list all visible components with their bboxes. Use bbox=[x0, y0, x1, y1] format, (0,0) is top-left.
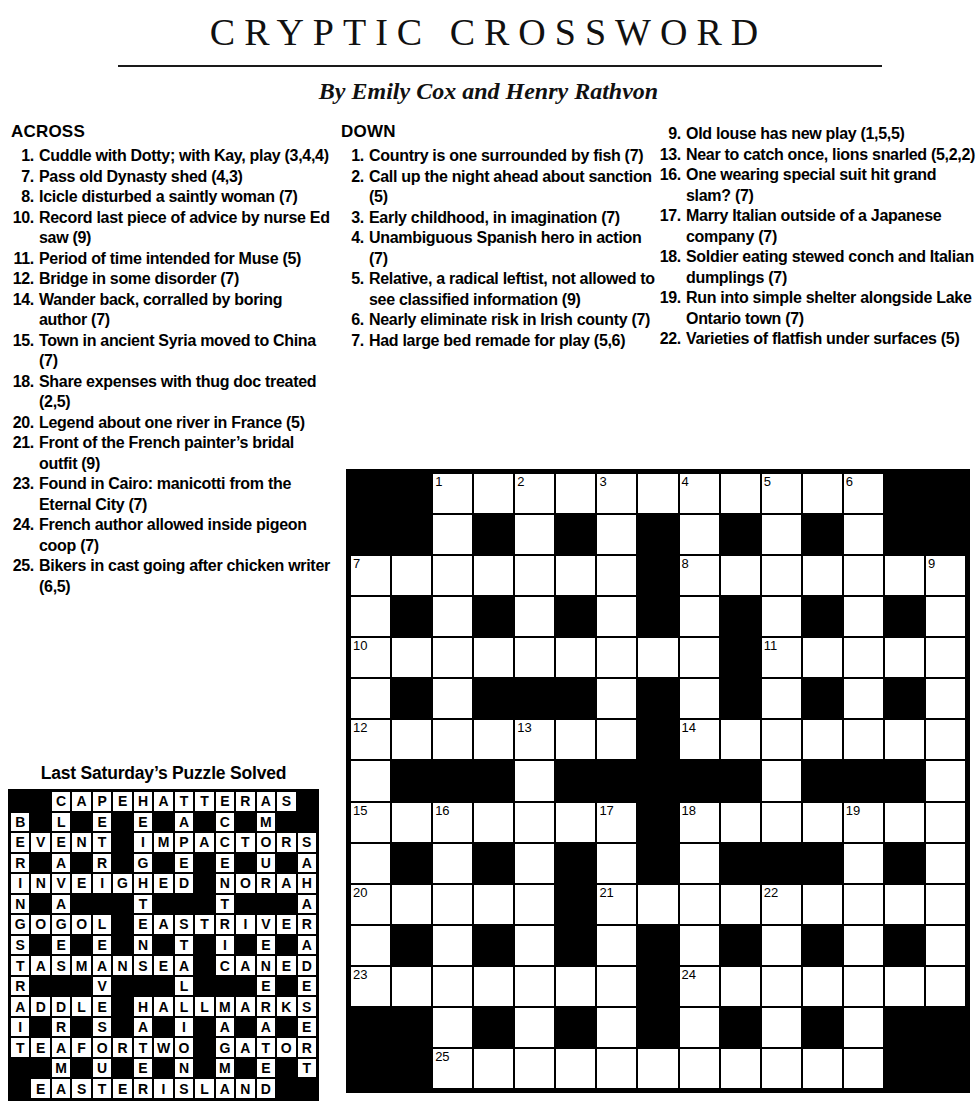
grid-cell-r3c3[interactable] bbox=[432, 555, 473, 596]
solved-black-cell-r12c4 bbox=[71, 1017, 91, 1038]
grid-cell-r14c13[interactable] bbox=[843, 1007, 884, 1048]
grid-cell-r7c4[interactable] bbox=[473, 719, 514, 760]
grid-cell-r13c15[interactable] bbox=[925, 966, 966, 1007]
clue-down-22: 22.Varieties of flatfish under surfaces … bbox=[655, 329, 977, 350]
grid-cell-r1c3[interactable]: 1 bbox=[432, 473, 473, 514]
grid-cell-r4c13[interactable] bbox=[843, 596, 884, 637]
solved-letter-cell-r4c9: E bbox=[174, 853, 194, 874]
grid-cell-r5c13[interactable] bbox=[843, 637, 884, 678]
clue-down-5: 5.Relative, a radical leftist, not allow… bbox=[338, 269, 659, 310]
solved-puzzle-label: Last Saturday’s Puzzle Solved bbox=[8, 763, 319, 784]
solved-letter-cell-r7c2: O bbox=[30, 914, 50, 935]
grid-cell-r5c15[interactable] bbox=[925, 637, 966, 678]
grid-cell-r6c3[interactable] bbox=[432, 678, 473, 719]
solved-black-cell-r10c3 bbox=[51, 976, 71, 997]
solved-letter-cell-r9c4: M bbox=[71, 955, 91, 976]
solved-letter-cell-r6c7: T bbox=[133, 894, 153, 915]
grid-cell-r11c5[interactable] bbox=[514, 884, 555, 925]
grid-cell-r7c13[interactable] bbox=[843, 719, 884, 760]
grid-cell-r9c11[interactable] bbox=[761, 802, 802, 843]
grid-cell-r12c7[interactable] bbox=[596, 925, 637, 966]
grid-cell-r3c5[interactable] bbox=[514, 555, 555, 596]
grid-cell-r3c6[interactable] bbox=[555, 555, 596, 596]
solved-black-cell-r3c6 bbox=[112, 832, 132, 853]
grid-cell-r13c6[interactable] bbox=[555, 966, 596, 1007]
black-cell-r8c6 bbox=[555, 760, 596, 801]
grid-cell-r4c1[interactable] bbox=[350, 596, 391, 637]
solved-black-cell-r15c1 bbox=[10, 1078, 30, 1099]
cell-number: 25 bbox=[435, 1049, 449, 1064]
grid-cell-r2c5[interactable] bbox=[514, 514, 555, 555]
solved-letter-cell-r1c9: T bbox=[174, 791, 194, 812]
solved-black-cell-r14c6 bbox=[112, 1058, 132, 1079]
grid-cell-r4c3[interactable] bbox=[432, 596, 473, 637]
grid-cell-r13c5[interactable] bbox=[514, 966, 555, 1007]
grid-cell-r15c11[interactable] bbox=[761, 1048, 802, 1089]
grid-cell-r3c14[interactable] bbox=[884, 555, 925, 596]
grid-cell-r1c5[interactable]: 2 bbox=[514, 473, 555, 514]
grid-cell-r1c9[interactable]: 4 bbox=[679, 473, 720, 514]
grid-cell-r14c7[interactable] bbox=[596, 1007, 637, 1048]
solved-letter-cell-r1c13: A bbox=[256, 791, 276, 812]
across-header: ACROSS bbox=[11, 122, 334, 142]
grid-cell-r11c1[interactable]: 20 bbox=[350, 884, 391, 925]
grid-cell-r3c9[interactable]: 8 bbox=[679, 555, 720, 596]
grid-cell-r2c7[interactable] bbox=[596, 514, 637, 555]
grid-cell-r3c13[interactable] bbox=[843, 555, 884, 596]
solved-black-cell-r10c2 bbox=[30, 976, 50, 997]
grid-cell-r1c11[interactable]: 5 bbox=[761, 473, 802, 514]
grid-cell-r1c4[interactable] bbox=[473, 473, 514, 514]
grid-cell-r13c4[interactable] bbox=[473, 966, 514, 1007]
down-clues-column-2: 9.Old louse has new play (1,5,5)13.Near … bbox=[655, 124, 977, 350]
grid-cell-r6c11[interactable] bbox=[761, 678, 802, 719]
clue-text: Wander back, corralled by boring author … bbox=[39, 290, 334, 331]
solved-letter-cell-r8c5: E bbox=[92, 935, 112, 956]
solved-black-cell-r8c14 bbox=[276, 935, 296, 956]
grid-cell-r15c13[interactable] bbox=[843, 1048, 884, 1089]
clue-down-18: 18.Soldier eating stewed conch and Itali… bbox=[655, 247, 977, 288]
solved-letter-cell-r12c1: I bbox=[10, 1017, 30, 1038]
grid-cell-r9c9[interactable]: 18 bbox=[679, 802, 720, 843]
grid-cell-r11c11[interactable]: 22 bbox=[761, 884, 802, 925]
cell-number: 2 bbox=[517, 474, 524, 489]
grid-cell-r15c7[interactable] bbox=[596, 1048, 637, 1089]
solved-black-cell-r6c9 bbox=[174, 894, 194, 915]
grid-cell-r5c8[interactable] bbox=[637, 637, 678, 678]
grid-cell-r11c7[interactable]: 21 bbox=[596, 884, 637, 925]
grid-cell-r13c3[interactable] bbox=[432, 966, 473, 1007]
clue-number: 7. bbox=[8, 167, 39, 188]
solved-letter-cell-r2c7: E bbox=[133, 812, 153, 833]
solved-black-cell-r4c14 bbox=[276, 853, 296, 874]
cell-number: 19 bbox=[846, 803, 860, 818]
black-cell-r2c10 bbox=[720, 514, 761, 555]
solved-letter-cell-r11c10: L bbox=[194, 996, 214, 1017]
grid-cell-r9c10[interactable] bbox=[720, 802, 761, 843]
grid-cell-r12c9[interactable] bbox=[679, 925, 720, 966]
grid-cell-r7c14[interactable] bbox=[884, 719, 925, 760]
grid-cell-r13c7[interactable] bbox=[596, 966, 637, 1007]
cell-number: 12 bbox=[353, 720, 367, 735]
grid-cell-r1c10[interactable] bbox=[720, 473, 761, 514]
grid-cell-r3c11[interactable] bbox=[761, 555, 802, 596]
solved-letter-cell-r12c5: S bbox=[92, 1017, 112, 1038]
grid-cell-r2c13[interactable] bbox=[843, 514, 884, 555]
clue-across-18: 18.Share expenses with thug doc treated … bbox=[8, 372, 334, 413]
solved-letter-cell-r7c4: O bbox=[71, 914, 91, 935]
clue-down-9: 9.Old louse has new play (1,5,5) bbox=[655, 124, 977, 145]
grid-cell-r11c4[interactable] bbox=[473, 884, 514, 925]
grid-cell-r7c5[interactable]: 13 bbox=[514, 719, 555, 760]
down-clue-list-2: 9.Old louse has new play (1,5,5)13.Near … bbox=[655, 124, 977, 350]
grid-cell-r5c7[interactable] bbox=[596, 637, 637, 678]
cell-number: 22 bbox=[764, 885, 778, 900]
clue-number: 24. bbox=[8, 515, 39, 556]
grid-cell-r9c14[interactable] bbox=[884, 802, 925, 843]
clue-number: 22. bbox=[655, 329, 686, 350]
grid-cell-r6c9[interactable] bbox=[679, 678, 720, 719]
grid-cell-r9c3[interactable]: 16 bbox=[432, 802, 473, 843]
solved-black-cell-r2c12 bbox=[235, 812, 255, 833]
solved-black-cell-r14c2 bbox=[30, 1058, 50, 1079]
solved-letter-cell-r3c3: E bbox=[51, 832, 71, 853]
grid-cell-r10c3[interactable] bbox=[432, 843, 473, 884]
grid-cell-r11c10[interactable] bbox=[720, 884, 761, 925]
grid-cell-r9c2[interactable] bbox=[391, 802, 432, 843]
black-cell-r12c4 bbox=[473, 925, 514, 966]
solved-black-cell-r14c8 bbox=[153, 1058, 173, 1079]
grid-cell-r3c10[interactable] bbox=[720, 555, 761, 596]
grid-cell-r8c15[interactable] bbox=[925, 760, 966, 801]
grid-cell-r7c15[interactable] bbox=[925, 719, 966, 760]
clue-text: Share expenses with thug doc treated (2,… bbox=[39, 372, 334, 413]
clue-text: Front of the French painter’s bridal out… bbox=[39, 433, 334, 474]
solved-black-cell-r6c8 bbox=[153, 894, 173, 915]
black-cell-r14c1 bbox=[350, 1007, 391, 1048]
black-cell-r8c14 bbox=[884, 760, 925, 801]
clue-down-17: 17.Marry Italian outside of a Japanese c… bbox=[655, 206, 977, 247]
solved-letter-cell-r7c8: A bbox=[153, 914, 173, 935]
solved-black-cell-r4c2 bbox=[30, 853, 50, 874]
down-clue-list-1: 1.Country is one surrounded by fish (7)2… bbox=[338, 146, 659, 351]
solved-letter-cell-r3c2: V bbox=[30, 832, 50, 853]
grid-cell-r9c6[interactable] bbox=[555, 802, 596, 843]
solved-black-cell-r6c12 bbox=[235, 894, 255, 915]
grid-cell-r5c2[interactable] bbox=[391, 637, 432, 678]
grid-cell-r1c13[interactable]: 6 bbox=[843, 473, 884, 514]
grid-cell-r7c3[interactable] bbox=[432, 719, 473, 760]
grid-cell-r4c15[interactable] bbox=[925, 596, 966, 637]
grid-cell-r5c11[interactable]: 11 bbox=[761, 637, 802, 678]
solved-letter-cell-r1c3: C bbox=[51, 791, 71, 812]
grid-cell-r11c3[interactable] bbox=[432, 884, 473, 925]
black-cell-r4c12 bbox=[802, 596, 843, 637]
solved-letter-cell-r3c5: T bbox=[92, 832, 112, 853]
solved-letter-cell-r11c13: R bbox=[256, 996, 276, 1017]
solved-letter-cell-r9c2: A bbox=[30, 955, 50, 976]
grid-cell-r1c7[interactable]: 3 bbox=[596, 473, 637, 514]
grid-cell-r15c10[interactable] bbox=[720, 1048, 761, 1089]
grid-cell-r7c11[interactable] bbox=[761, 719, 802, 760]
grid-cell-r12c13[interactable] bbox=[843, 925, 884, 966]
solved-letter-cell-r11c9: L bbox=[174, 996, 194, 1017]
grid-cell-r9c1[interactable]: 15 bbox=[350, 802, 391, 843]
solved-black-cell-r2c6 bbox=[112, 812, 132, 833]
black-cell-r13c8 bbox=[637, 966, 678, 1007]
black-cell-r14c14 bbox=[884, 1007, 925, 1048]
solved-letter-cell-r11c8: A bbox=[153, 996, 173, 1017]
solved-letter-cell-r11c15: S bbox=[297, 996, 317, 1017]
black-cell-r14c2 bbox=[391, 1007, 432, 1048]
solved-letter-cell-r7c1: G bbox=[10, 914, 30, 935]
solved-letter-cell-r15c2: E bbox=[30, 1078, 50, 1099]
solved-letter-cell-r15c13: D bbox=[256, 1078, 276, 1099]
grid-cell-r1c8[interactable] bbox=[637, 473, 678, 514]
cell-number: 21 bbox=[599, 885, 613, 900]
grid-cell-r9c7[interactable]: 17 bbox=[596, 802, 637, 843]
solved-letter-cell-r4c11: E bbox=[215, 853, 235, 874]
grid-cell-r14c11[interactable] bbox=[761, 1007, 802, 1048]
grid-cell-r3c4[interactable] bbox=[473, 555, 514, 596]
grid-cell-r3c2[interactable] bbox=[391, 555, 432, 596]
grid-cell-r5c5[interactable] bbox=[514, 637, 555, 678]
grid-cell-r9c13[interactable]: 19 bbox=[843, 802, 884, 843]
solved-black-cell-r4c8 bbox=[153, 853, 173, 874]
solved-black-cell-r8c12 bbox=[235, 935, 255, 956]
grid-cell-r10c1[interactable] bbox=[350, 843, 391, 884]
solved-black-cell-r8c8 bbox=[153, 935, 173, 956]
grid-cell-r8c1[interactable] bbox=[350, 760, 391, 801]
grid-cell-r15c8[interactable] bbox=[637, 1048, 678, 1089]
solved-letter-cell-r1c12: R bbox=[235, 791, 255, 812]
grid-cell-r15c6[interactable] bbox=[555, 1048, 596, 1089]
solved-letter-cell-r13c4: F bbox=[71, 1037, 91, 1058]
solved-letter-cell-r15c9: S bbox=[174, 1078, 194, 1099]
grid-cell-r13c11[interactable] bbox=[761, 966, 802, 1007]
clue-number: 14. bbox=[8, 290, 39, 331]
grid-cell-r10c7[interactable] bbox=[596, 843, 637, 884]
grid-cell-r12c15[interactable] bbox=[925, 925, 966, 966]
clue-text: Old louse has new play (1,5,5) bbox=[686, 124, 977, 145]
grid-cell-r15c4[interactable] bbox=[473, 1048, 514, 1089]
black-cell-r10c11 bbox=[761, 843, 802, 884]
grid-cell-r7c12[interactable] bbox=[802, 719, 843, 760]
grid-cell-r3c1[interactable]: 7 bbox=[350, 555, 391, 596]
grid-cell-r11c13[interactable] bbox=[843, 884, 884, 925]
grid-cell-r2c3[interactable] bbox=[432, 514, 473, 555]
black-cell-r15c14 bbox=[884, 1048, 925, 1089]
solved-letter-cell-r9c8: E bbox=[153, 955, 173, 976]
grid-cell-r7c10[interactable] bbox=[720, 719, 761, 760]
solved-letter-cell-r14c11: M bbox=[215, 1058, 235, 1079]
grid-cell-r13c13[interactable] bbox=[843, 966, 884, 1007]
grid-cell-r11c9[interactable] bbox=[679, 884, 720, 925]
grid-cell-r11c2[interactable] bbox=[391, 884, 432, 925]
grid-cell-r15c5[interactable] bbox=[514, 1048, 555, 1089]
solved-black-cell-r8c4 bbox=[71, 935, 91, 956]
grid-cell-r4c5[interactable] bbox=[514, 596, 555, 637]
grid-cell-r9c12[interactable] bbox=[802, 802, 843, 843]
grid-cell-r12c1[interactable] bbox=[350, 925, 391, 966]
black-cell-r5c10 bbox=[720, 637, 761, 678]
grid-cell-r3c7[interactable] bbox=[596, 555, 637, 596]
clue-down-19: 19.Run into simple shelter alongside Lak… bbox=[655, 288, 977, 329]
cell-number: 20 bbox=[353, 885, 367, 900]
grid-cell-r11c15[interactable] bbox=[925, 884, 966, 925]
grid-cell-r5c9[interactable] bbox=[679, 637, 720, 678]
solved-letter-cell-r8c15: A bbox=[297, 935, 317, 956]
grid-cell-r6c7[interactable] bbox=[596, 678, 637, 719]
black-cell-r14c8 bbox=[637, 1007, 678, 1048]
grid-cell-r7c7[interactable] bbox=[596, 719, 637, 760]
solved-letter-cell-r8c9: T bbox=[174, 935, 194, 956]
clue-across-1: 1.Cuddle with Dotty; with Kay, play (3,4… bbox=[8, 146, 334, 167]
grid-cell-r4c11[interactable] bbox=[761, 596, 802, 637]
grid-cell-r9c15[interactable] bbox=[925, 802, 966, 843]
solved-letter-cell-r12c13: A bbox=[256, 1017, 276, 1038]
solved-black-cell-r14c4 bbox=[71, 1058, 91, 1079]
cell-number: 11 bbox=[764, 638, 778, 653]
grid-cell-r5c3[interactable] bbox=[432, 637, 473, 678]
solved-letter-cell-r15c5: T bbox=[92, 1078, 112, 1099]
grid-cell-r4c9[interactable] bbox=[679, 596, 720, 637]
across-clues-column: ACROSS 1.Cuddle with Dotty; with Kay, pl… bbox=[8, 122, 334, 597]
grid-cell-r7c9[interactable]: 14 bbox=[679, 719, 720, 760]
solved-black-cell-r2c4 bbox=[71, 812, 91, 833]
solved-letter-cell-r7c15: R bbox=[297, 914, 317, 935]
solved-letter-cell-r15c7: R bbox=[133, 1078, 153, 1099]
grid-cell-r11c14[interactable] bbox=[884, 884, 925, 925]
clue-across-12: 12.Bridge in some disorder (7) bbox=[8, 269, 334, 290]
solved-letter-cell-r11c11: M bbox=[215, 996, 235, 1017]
grid-cell-r5c4[interactable] bbox=[473, 637, 514, 678]
black-cell-r8c3 bbox=[432, 760, 473, 801]
solved-letter-cell-r8c7: N bbox=[133, 935, 153, 956]
clue-across-23: 23.Found in Cairo: manicotti from the Et… bbox=[8, 474, 334, 515]
solved-letter-cell-r15c6: E bbox=[112, 1078, 132, 1099]
clue-number: 4. bbox=[338, 228, 369, 269]
grid-cell-r12c5[interactable] bbox=[514, 925, 555, 966]
grid-cell-r12c11[interactable] bbox=[761, 925, 802, 966]
black-cell-r6c6 bbox=[555, 678, 596, 719]
solved-letter-cell-r3c15: S bbox=[297, 832, 317, 853]
solved-black-cell-r10c10 bbox=[194, 976, 214, 997]
grid-cell-r10c15[interactable] bbox=[925, 843, 966, 884]
grid-cell-r15c9[interactable] bbox=[679, 1048, 720, 1089]
solved-letter-cell-r15c3: A bbox=[51, 1078, 71, 1099]
grid-cell-r9c4[interactable] bbox=[473, 802, 514, 843]
grid-cell-r2c11[interactable] bbox=[761, 514, 802, 555]
grid-cell-r10c13[interactable] bbox=[843, 843, 884, 884]
grid-cell-r6c15[interactable] bbox=[925, 678, 966, 719]
grid-cell-r10c5[interactable] bbox=[514, 843, 555, 884]
grid-cell-r5c12[interactable] bbox=[802, 637, 843, 678]
clue-text: Varieties of flatfish under surfaces (5) bbox=[686, 329, 977, 350]
grid-cell-r13c1[interactable]: 23 bbox=[350, 966, 391, 1007]
clue-text: Record last piece of advice by nurse Ed … bbox=[39, 208, 334, 249]
black-cell-r7c8 bbox=[637, 719, 678, 760]
grid-cell-r9c5[interactable] bbox=[514, 802, 555, 843]
black-cell-r8c13 bbox=[843, 760, 884, 801]
grid-cell-r13c9[interactable]: 24 bbox=[679, 966, 720, 1007]
black-cell-r15c1 bbox=[350, 1048, 391, 1089]
solved-letter-cell-r10c1: R bbox=[10, 976, 30, 997]
solved-letter-cell-r11c3: D bbox=[51, 996, 71, 1017]
solved-letter-cell-r8c13: E bbox=[256, 935, 276, 956]
solved-letter-cell-r7c9: S bbox=[174, 914, 194, 935]
solved-letter-cell-r14c7: E bbox=[133, 1058, 153, 1079]
black-cell-r9c8 bbox=[637, 802, 678, 843]
grid-cell-r4c7[interactable] bbox=[596, 596, 637, 637]
grid-cell-r5c6[interactable] bbox=[555, 637, 596, 678]
grid-cell-r13c14[interactable] bbox=[884, 966, 925, 1007]
solved-black-cell-r2c15 bbox=[297, 812, 317, 833]
cell-number: 15 bbox=[353, 803, 367, 818]
solved-letter-cell-r7c7: E bbox=[133, 914, 153, 935]
black-cell-r10c6 bbox=[555, 843, 596, 884]
solved-black-cell-r2c2 bbox=[30, 812, 50, 833]
grid-cell-r11c12[interactable] bbox=[802, 884, 843, 925]
solved-black-cell-r10c6 bbox=[112, 976, 132, 997]
grid-cell-r7c2[interactable] bbox=[391, 719, 432, 760]
grid-cell-r13c10[interactable] bbox=[720, 966, 761, 1007]
grid-cell-r3c12[interactable] bbox=[802, 555, 843, 596]
solved-black-cell-r14c10 bbox=[194, 1058, 214, 1079]
solved-letter-cell-r13c14: O bbox=[276, 1037, 296, 1058]
black-cell-r6c14 bbox=[884, 678, 925, 719]
grid-cell-r8c5[interactable] bbox=[514, 760, 555, 801]
clue-down-2: 2.Call up the night ahead about sanction… bbox=[338, 167, 659, 208]
grid-cell-r15c12[interactable] bbox=[802, 1048, 843, 1089]
grid-cell-r7c1[interactable]: 12 bbox=[350, 719, 391, 760]
clue-down-16: 16.One wearing special suit hit grand sl… bbox=[655, 165, 977, 206]
clue-number: 1. bbox=[8, 146, 39, 167]
grid-cell-r14c5[interactable] bbox=[514, 1007, 555, 1048]
page-title: CRYPTIC CROSSWORD bbox=[0, 10, 977, 54]
solved-letter-cell-r3c9: P bbox=[174, 832, 194, 853]
grid-cell-r1c12[interactable] bbox=[802, 473, 843, 514]
grid-cell-r15c3[interactable]: 25 bbox=[432, 1048, 473, 1089]
solved-letter-cell-r3c12: T bbox=[235, 832, 255, 853]
grid-cell-r6c1[interactable] bbox=[350, 678, 391, 719]
grid-cell-r11c8[interactable] bbox=[637, 884, 678, 925]
clue-text: Marry Italian outside of a Japanese comp… bbox=[686, 206, 977, 247]
grid-cell-r6c13[interactable] bbox=[843, 678, 884, 719]
grid-cell-r1c6[interactable] bbox=[555, 473, 596, 514]
grid-cell-r13c12[interactable] bbox=[802, 966, 843, 1007]
clue-number: 18. bbox=[655, 247, 686, 288]
clue-number: 13. bbox=[655, 145, 686, 166]
clue-down-6: 6.Nearly eliminate risk in Irish county … bbox=[338, 310, 659, 331]
solved-letter-cell-r3c14: R bbox=[276, 832, 296, 853]
grid-cell-r10c9[interactable] bbox=[679, 843, 720, 884]
grid-cell-r2c9[interactable] bbox=[679, 514, 720, 555]
grid-cell-r12c3[interactable] bbox=[432, 925, 473, 966]
grid-cell-r14c9[interactable] bbox=[679, 1007, 720, 1048]
crossword-page: CRYPTIC CROSSWORD By Emily Cox and Henry… bbox=[0, 0, 977, 1116]
grid-cell-r13c2[interactable] bbox=[391, 966, 432, 1007]
black-cell-r8c8 bbox=[637, 760, 678, 801]
grid-cell-r14c3[interactable] bbox=[432, 1007, 473, 1048]
grid-cell-r7c6[interactable] bbox=[555, 719, 596, 760]
grid-cell-r3c15[interactable]: 9 bbox=[925, 555, 966, 596]
grid-cell-r5c1[interactable]: 10 bbox=[350, 637, 391, 678]
solved-black-cell-r4c6 bbox=[112, 853, 132, 874]
grid-cell-r8c11[interactable] bbox=[761, 760, 802, 801]
solved-letter-cell-r9c11: C bbox=[215, 955, 235, 976]
grid-cell-r5c14[interactable] bbox=[884, 637, 925, 678]
